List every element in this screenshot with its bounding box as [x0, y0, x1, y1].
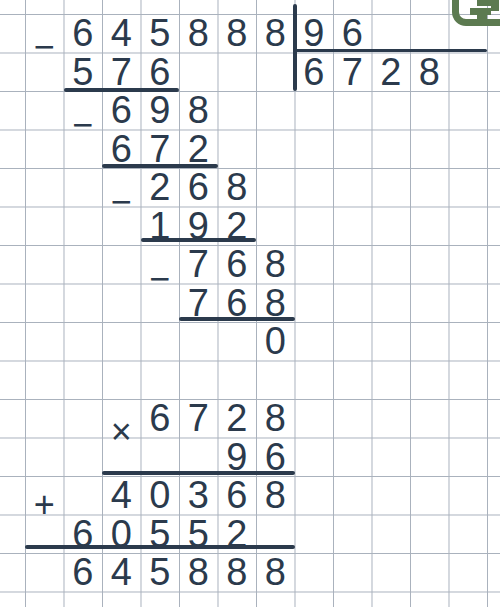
- minus-sign: −: [25, 28, 64, 67]
- grid-digit: 3: [179, 476, 218, 515]
- rule-under-672: [102, 164, 218, 168]
- grid-digit: 8: [256, 399, 295, 438]
- grid-digit: 6: [64, 553, 103, 592]
- rule-under-192: [141, 238, 257, 242]
- grid-digit: 8: [256, 14, 295, 53]
- rule-under-multiplier-96: [102, 471, 295, 475]
- grid-digit: 4: [102, 553, 141, 592]
- grid-digit: 7: [333, 53, 372, 92]
- grid-digit: 4: [102, 14, 141, 53]
- grid-digit: 8: [256, 476, 295, 515]
- grid-digit: 6: [295, 53, 334, 92]
- grid-digit: 7: [141, 130, 180, 169]
- grid-digit: 8: [179, 553, 218, 592]
- grid-digit: 8: [179, 91, 218, 130]
- grid-digit: 8: [410, 53, 449, 92]
- grid-digit: 8: [218, 14, 257, 53]
- grid-digit: 8: [218, 168, 257, 207]
- rule-under-576: [64, 88, 180, 92]
- grid-digit: 5: [141, 14, 180, 53]
- grid-digit: 6: [102, 130, 141, 169]
- grid-digit: 9: [141, 91, 180, 130]
- grid-digit: 6: [218, 245, 257, 284]
- minus-sign: −: [102, 183, 141, 222]
- grid-digit: 6: [64, 14, 103, 53]
- grid-digit: 9: [295, 14, 334, 53]
- grid-digit: 8: [179, 14, 218, 53]
- grid-digit: 7: [102, 53, 141, 92]
- minus-sign: −: [141, 260, 180, 299]
- grid-digit: 5: [64, 53, 103, 92]
- squared-paper: 6458889657667286986722681927687680672896…: [0, 0, 500, 607]
- quotient-rule: [295, 49, 488, 53]
- grid-digit: 2: [372, 53, 411, 92]
- grid-digit: 4: [102, 476, 141, 515]
- app-logo-glyph-bar: [470, 8, 491, 15]
- grid-digit: 7: [179, 245, 218, 284]
- rule-under-768: [179, 317, 295, 321]
- grid-digit: 6: [333, 14, 372, 53]
- grid-digit: 2: [179, 130, 218, 169]
- grid-digit: 7: [179, 399, 218, 438]
- app-logo-glyph-bar: [491, 0, 499, 11]
- division-bracket-bar: [293, 4, 297, 91]
- grid-digit: 5: [141, 553, 180, 592]
- plus-sign: +: [25, 486, 64, 525]
- grid-digit: 6: [102, 91, 141, 130]
- grid-digit: 8: [256, 245, 295, 284]
- grid-digit: 6: [141, 53, 180, 92]
- grid-digit: 6: [218, 476, 257, 515]
- grid-digit: 6: [179, 168, 218, 207]
- grid-digit: 2: [218, 399, 257, 438]
- minus-sign: −: [64, 106, 103, 145]
- multiply-sign: ×: [102, 413, 141, 452]
- grid-digit: 2: [141, 168, 180, 207]
- grid-digit: 0: [141, 476, 180, 515]
- rule-under-partial-products: [25, 545, 295, 549]
- grid-digit: 6: [141, 399, 180, 438]
- grid-digit: 8: [256, 553, 295, 592]
- grid-digit: 8: [218, 553, 257, 592]
- app-logo-glyph-bar: [477, 15, 487, 19]
- grid-digit: 0: [256, 322, 295, 361]
